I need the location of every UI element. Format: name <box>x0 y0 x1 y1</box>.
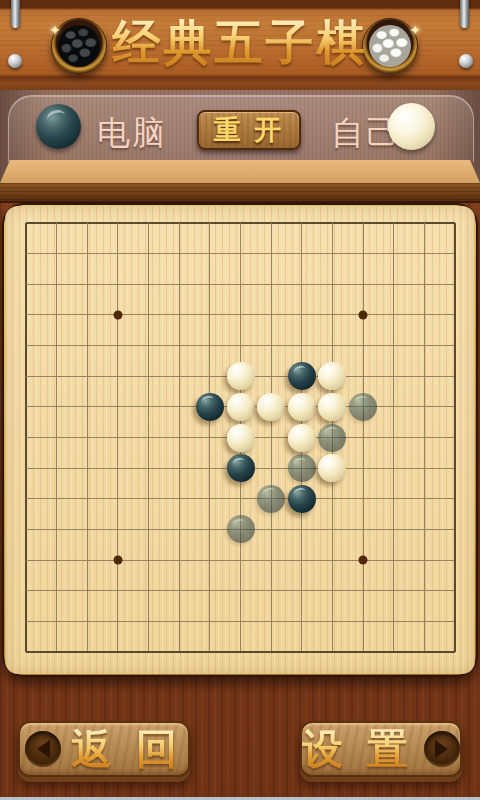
white-stone <box>318 393 346 421</box>
black-stone <box>227 454 255 482</box>
white-stone <box>227 393 255 421</box>
white-stone <box>288 424 316 452</box>
white-stone <box>318 362 346 390</box>
status-bar: 电脑 重 开 自己 <box>0 90 480 203</box>
white-stone <box>288 393 316 421</box>
white-stone-icon <box>388 103 435 150</box>
white-stone <box>227 424 255 452</box>
black-stone <box>288 485 316 513</box>
white-stone <box>227 362 255 390</box>
star-point <box>359 310 368 319</box>
star-point <box>113 556 122 565</box>
back-button[interactable]: 返 回 <box>18 721 190 777</box>
header: ✦ ✦ 经典五子棋 <box>0 0 480 90</box>
black-stone <box>196 393 224 421</box>
white-stone <box>318 454 346 482</box>
ghost-black-stone <box>349 393 377 421</box>
page-title: 经典五子棋 <box>0 19 480 67</box>
black-stone-icon <box>36 104 81 149</box>
ghost-black-stone <box>257 485 285 513</box>
black-stone <box>288 362 316 390</box>
ghost-black-stone <box>288 454 316 482</box>
back-button-label: 返 回 <box>71 729 182 770</box>
ghost-black-stone <box>227 515 255 543</box>
white-stone <box>257 393 285 421</box>
computer-label: 电脑 <box>97 111 167 156</box>
arrow-left-icon <box>25 731 61 767</box>
star-point <box>359 556 368 565</box>
arrow-right-icon <box>424 731 460 767</box>
settings-button-label: 设 置 <box>302 729 413 770</box>
status-panel: 电脑 重 开 自己 <box>8 95 474 162</box>
restart-button[interactable]: 重 开 <box>197 110 301 150</box>
gomoku-app: ✦ ✦ 经典五子棋 电脑 重 开 自己 返 回 设 置 <box>0 0 480 800</box>
star-point <box>113 310 122 319</box>
shelf-top <box>0 160 480 183</box>
settings-button[interactable]: 设 置 <box>300 721 462 777</box>
board-grid[interactable] <box>26 223 455 652</box>
shelf-front <box>0 183 480 203</box>
ghost-black-stone <box>318 424 346 452</box>
